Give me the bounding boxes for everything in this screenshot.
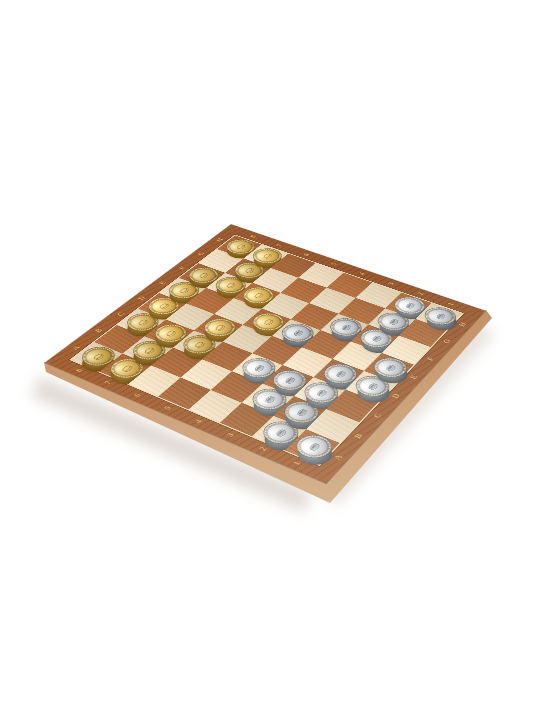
checker-crest-glyph: ⛀ <box>211 323 228 333</box>
checker-crest-glyph: ⛂ <box>292 407 311 418</box>
checker-crest-glyph: ⛂ <box>401 301 418 310</box>
checker-crest-glyph: ⛂ <box>249 363 267 373</box>
checker-crest-glyph: ⛂ <box>431 311 448 320</box>
checker-crest-glyph: ⛀ <box>259 317 276 326</box>
checker-crest-glyph: ⛂ <box>312 387 330 398</box>
checker-crest-glyph: ⛂ <box>337 323 354 332</box>
checker-crest-glyph: ⛀ <box>195 271 211 279</box>
checker-crest-glyph: ⛀ <box>232 243 248 251</box>
checker-crest-glyph: ⛂ <box>280 375 298 386</box>
checker-crest-glyph: ⛂ <box>381 362 399 372</box>
checker-crest-glyph: ⛂ <box>367 334 384 344</box>
checker-crest-glyph: ⛀ <box>222 281 238 290</box>
chessboard[interactable]: A B C D E F G H A B C D E F G H 8 7 6 5 … <box>45 224 485 483</box>
checker-crest-glyph: ⛀ <box>89 351 107 361</box>
checker-crest-glyph: ⛀ <box>162 328 179 338</box>
checker-crest-glyph: ⛂ <box>384 317 401 326</box>
checker-crest-glyph: ⛂ <box>289 328 306 338</box>
checker-crest-glyph: ⛀ <box>117 363 135 373</box>
checker-crest-glyph: ⛀ <box>190 340 208 350</box>
product-photo-canvas: A B C D E F G H A B C D E F G H 8 7 6 5 … <box>0 0 540 720</box>
checker-crest-glyph: ⛂ <box>304 440 323 452</box>
checker-crest-glyph: ⛀ <box>250 291 267 300</box>
checker-crest-glyph: ⛂ <box>363 381 381 392</box>
checker-crest-glyph: ⛂ <box>271 427 290 439</box>
checker-crest-glyph: ⛂ <box>260 394 279 405</box>
checker-crest-glyph: ⛀ <box>134 318 151 327</box>
checker-crest-glyph: ⛀ <box>155 301 172 310</box>
checker-crest-glyph: ⛀ <box>241 266 257 274</box>
checker-crest-glyph: ⛀ <box>175 286 192 295</box>
checker-crest-glyph: ⛂ <box>331 369 349 379</box>
checker-crest-glyph: ⛀ <box>140 345 158 355</box>
checker-crest-glyph: ⛀ <box>259 252 275 260</box>
